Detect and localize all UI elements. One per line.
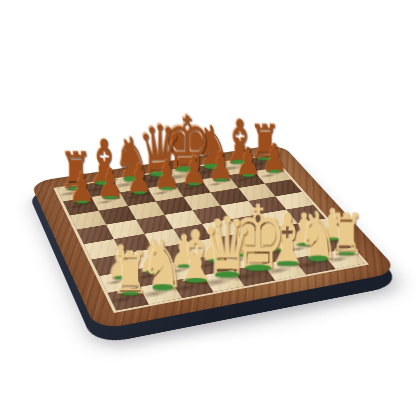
piece-white-rook[interactable]: ♜: [63, 244, 198, 303]
piece-black-pawn[interactable]: ♟: [24, 168, 141, 208]
felt-base: [122, 292, 140, 296]
felt-base: [76, 201, 88, 204]
product-photo-scene: ♜♝♞♛♚♞♝♜♟♟♟♟♟♟♟♟♟♟♟♟♟♟♟♟♜♞♝♛♚♝♞♜: [0, 0, 416, 416]
square-a1[interactable]: ♜: [108, 287, 150, 311]
